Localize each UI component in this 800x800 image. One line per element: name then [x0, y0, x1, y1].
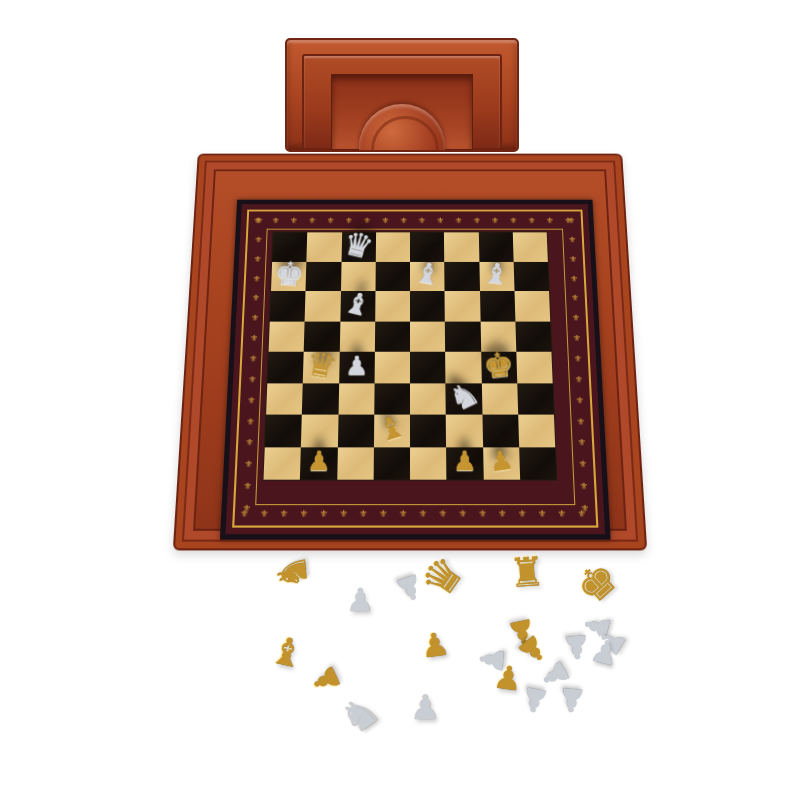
loose-gold-knight-1[interactable]: ♞	[271, 552, 314, 591]
square-b3[interactable]	[302, 383, 339, 415]
loose-gold-pawn-7[interactable]: ♟	[419, 627, 452, 663]
loose-gold-pawn-10[interactable]: ♟	[305, 660, 346, 700]
square-c1[interactable]	[337, 447, 374, 480]
square-g3[interactable]	[481, 383, 518, 415]
silver-king-a7[interactable]: ♚	[272, 257, 305, 291]
border-motif-left: ⚜ ⚜ ⚜ ⚜ ⚜ ⚜ ⚜ ⚜ ⚜ ⚜ ⚜ ⚜ ⚜ ⚜ ⚜ ⚜ ⚜ ⚜ ⚜ ⚜ …	[238, 216, 267, 520]
square-a4[interactable]	[267, 352, 304, 383]
square-h2[interactable]	[518, 415, 555, 447]
table-pedestal-base	[285, 38, 519, 152]
square-d7[interactable]	[375, 261, 410, 291]
loose-silver-pawn-12[interactable]: ♟	[410, 690, 440, 724]
square-e2[interactable]	[410, 415, 446, 447]
square-f6[interactable]	[445, 291, 480, 321]
square-c5[interactable]	[339, 321, 375, 352]
square-d4[interactable]	[374, 352, 410, 383]
chess-board: ♛♚♝♝♝♟♞♛♚♝♟♟♟	[263, 232, 556, 479]
silver-bishop-e7[interactable]: ♝	[412, 258, 443, 290]
square-h7[interactable]	[513, 261, 549, 291]
square-a6[interactable]	[270, 291, 306, 321]
square-e5[interactable]	[410, 321, 445, 352]
square-e1[interactable]	[410, 447, 447, 480]
loose-gold-rook-5[interactable]: ♜	[508, 551, 547, 593]
square-f5[interactable]	[445, 321, 481, 352]
silver-pawn-c4[interactable]: ♟	[345, 352, 369, 378]
loose-silver-knight-11[interactable]: ♞	[333, 687, 388, 743]
board-mat: ⚜ ⚜ ⚜ ⚜ ⚜ ⚜ ⚜ ⚜ ⚜ ⚜ ⚜ ⚜ ⚜ ⚜ ⚜ ⚜ ⚜ ⚜ ⚜ ⚜ …	[220, 200, 611, 540]
silver-bishop-g7[interactable]: ♝	[482, 258, 512, 289]
square-d1[interactable]	[373, 447, 410, 480]
product-photo-stage: ⚜ ⚜ ⚜ ⚜ ⚜ ⚜ ⚜ ⚜ ⚜ ⚜ ⚜ ⚜ ⚜ ⚜ ⚜ ⚜ ⚜ ⚜ ⚜ ⚜ …	[0, 0, 800, 800]
square-a1[interactable]	[263, 447, 301, 480]
square-d6[interactable]	[375, 291, 410, 321]
square-h4[interactable]	[516, 352, 553, 383]
square-c3[interactable]	[338, 383, 374, 415]
square-g6[interactable]	[480, 291, 516, 321]
loose-gold-bishop-9[interactable]: ♝	[266, 630, 307, 674]
square-h5[interactable]	[515, 321, 551, 352]
square-h6[interactable]	[514, 291, 550, 321]
square-b6[interactable]	[305, 291, 341, 321]
square-d8[interactable]	[376, 232, 410, 261]
border-motif-top: ⚜ ⚜ ⚜ ⚜ ⚜ ⚜ ⚜ ⚜ ⚜ ⚜ ⚜ ⚜ ⚜ ⚜ ⚜ ⚜ ⚜ ⚜ ⚜ ⚜ …	[253, 214, 576, 228]
square-a2[interactable]	[265, 415, 302, 447]
gold-king-g4[interactable]: ♚	[481, 346, 516, 383]
square-e3[interactable]	[410, 383, 446, 415]
square-f7[interactable]	[444, 261, 479, 291]
gold-pawn-g1[interactable]: ♟	[487, 446, 515, 476]
loose-silver-pawn-21[interactable]: ♟	[518, 682, 552, 718]
square-c2[interactable]	[337, 415, 374, 447]
square-g2[interactable]	[482, 415, 519, 447]
gold-queen-b4[interactable]: ♛	[303, 346, 340, 384]
loose-silver-pawn-22[interactable]: ♟	[556, 683, 587, 717]
square-e6[interactable]	[410, 291, 445, 321]
square-f8[interactable]	[444, 232, 479, 261]
square-h8[interactable]	[513, 232, 548, 261]
square-b8[interactable]	[307, 232, 342, 261]
square-e4[interactable]	[410, 352, 446, 383]
square-b7[interactable]	[306, 261, 341, 291]
square-h3[interactable]	[517, 383, 554, 415]
square-f2[interactable]	[446, 415, 483, 447]
border-motif-bottom: ⚜ ⚜ ⚜ ⚜ ⚜ ⚜ ⚜ ⚜ ⚜ ⚜ ⚜ ⚜ ⚜ ⚜ ⚜ ⚜ ⚜ ⚜ ⚜ ⚜ …	[240, 506, 591, 522]
loose-gold-pawn-14[interactable]: ♟	[492, 660, 525, 696]
gold-pawn-f1[interactable]: ♟	[452, 448, 477, 475]
square-a5[interactable]	[269, 321, 305, 352]
loose-gold-king-6[interactable]: ♚	[568, 553, 627, 612]
loose-silver-pawn-3[interactable]: ♟	[346, 584, 375, 616]
square-d5[interactable]	[375, 321, 410, 352]
gold-pawn-b1[interactable]: ♟	[306, 448, 331, 475]
border-motif-right: ⚜ ⚜ ⚜ ⚜ ⚜ ⚜ ⚜ ⚜ ⚜ ⚜ ⚜ ⚜ ⚜ ⚜ ⚜ ⚜ ⚜ ⚜ ⚜ ⚜ …	[563, 216, 592, 520]
square-h1[interactable]	[519, 447, 557, 480]
square-a3[interactable]	[266, 383, 303, 415]
chess-table-top: ⚜ ⚜ ⚜ ⚜ ⚜ ⚜ ⚜ ⚜ ⚜ ⚜ ⚜ ⚜ ⚜ ⚜ ⚜ ⚜ ⚜ ⚜ ⚜ ⚜ …	[173, 154, 647, 551]
square-b2[interactable]	[301, 415, 338, 447]
